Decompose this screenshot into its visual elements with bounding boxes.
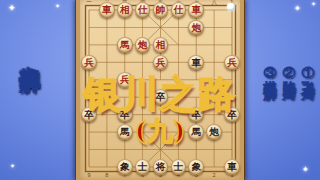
board-point[interactable] bbox=[205, 1, 223, 18]
board-point[interactable]: 士 bbox=[169, 158, 187, 175]
board-point[interactable]: 車 bbox=[223, 158, 241, 175]
piece-black-士[interactable]: 士 bbox=[135, 159, 151, 175]
piece-black-車[interactable]: 車 bbox=[224, 159, 240, 175]
right-banner-group: ①飞刀布局 ②陷阱布局 ③棋理讲解 bbox=[261, 56, 316, 81]
board-point[interactable]: 車 bbox=[187, 1, 205, 18]
board-point[interactable] bbox=[98, 54, 116, 71]
piece-black-将[interactable]: 将 bbox=[153, 159, 169, 175]
board-point[interactable] bbox=[205, 158, 223, 175]
piece-red-兵[interactable]: 兵 bbox=[153, 55, 169, 71]
piece-red-車[interactable]: 車 bbox=[99, 2, 115, 18]
piece-red-車[interactable]: 車 bbox=[188, 2, 204, 18]
board-point[interactable] bbox=[205, 54, 223, 71]
board-point[interactable] bbox=[80, 158, 98, 175]
board-point[interactable] bbox=[205, 19, 223, 36]
board-point[interactable] bbox=[116, 19, 134, 36]
board-point[interactable]: 仕 bbox=[134, 1, 152, 18]
right-banner-1: ①飞刀布局 bbox=[299, 56, 316, 81]
sparkle-icon: ✦ bbox=[8, 4, 16, 13]
board-point[interactable] bbox=[80, 1, 98, 18]
piece-black-車[interactable]: 車 bbox=[188, 55, 204, 71]
board-point[interactable] bbox=[169, 36, 187, 53]
board-point[interactable]: 兵 bbox=[223, 54, 241, 71]
board-point[interactable] bbox=[134, 54, 152, 71]
board-point[interactable] bbox=[205, 36, 223, 53]
board-point[interactable] bbox=[169, 54, 187, 71]
piece-black-士[interactable]: 士 bbox=[171, 159, 187, 175]
board-point[interactable] bbox=[98, 36, 116, 53]
board-point[interactable]: 兵 bbox=[152, 54, 170, 71]
board-point[interactable] bbox=[80, 19, 98, 36]
board-point[interactable]: 炮 bbox=[187, 19, 205, 36]
board-point[interactable]: 士 bbox=[134, 158, 152, 175]
corner-marker-dot bbox=[227, 3, 235, 11]
board-point[interactable]: 相 bbox=[116, 1, 134, 18]
board-point[interactable] bbox=[98, 158, 116, 175]
sparkle-icon: ✦ bbox=[302, 166, 309, 174]
board-point[interactable] bbox=[98, 19, 116, 36]
right-banner-2: ②陷阱布局 bbox=[280, 56, 297, 81]
piece-red-兵[interactable]: 兵 bbox=[224, 55, 240, 71]
piece-black-象[interactable]: 象 bbox=[188, 159, 204, 175]
board-point[interactable] bbox=[152, 19, 170, 36]
title-text: 银川之路 bbox=[74, 70, 246, 120]
piece-red-炮[interactable]: 炮 bbox=[188, 20, 204, 36]
board-point[interactable]: 仕 bbox=[169, 1, 187, 18]
piece-red-兵[interactable]: 兵 bbox=[81, 55, 97, 71]
sparkle-icon: ✦ bbox=[311, 1, 316, 7]
board-point[interactable] bbox=[116, 54, 134, 71]
episode-number-text: (九) bbox=[74, 114, 246, 149]
board-point[interactable] bbox=[80, 36, 98, 53]
sparkle-icon: ✦ bbox=[55, 3, 60, 9]
board-point[interactable]: 象 bbox=[187, 158, 205, 175]
sparkle-icon: ✦ bbox=[294, 5, 301, 13]
piece-red-相[interactable]: 相 bbox=[117, 2, 133, 18]
sparkle-icon: ✦ bbox=[10, 163, 15, 169]
board-point[interactable]: 車 bbox=[98, 1, 116, 18]
board-point[interactable]: 象 bbox=[116, 158, 134, 175]
board-point[interactable]: 相 bbox=[152, 36, 170, 53]
board-point[interactable]: 車 bbox=[187, 54, 205, 71]
left-banner-text: 实战讲解 bbox=[17, 50, 44, 60]
board-point[interactable]: 馬 bbox=[116, 36, 134, 53]
board-point[interactable] bbox=[134, 19, 152, 36]
board-point[interactable]: 将 bbox=[152, 158, 170, 175]
piece-red-馬[interactable]: 馬 bbox=[117, 37, 133, 53]
piece-red-仕[interactable]: 仕 bbox=[171, 2, 187, 18]
board-point[interactable] bbox=[223, 36, 241, 53]
board-point[interactable]: 炮 bbox=[134, 36, 152, 53]
piece-black-象[interactable]: 象 bbox=[117, 159, 133, 175]
board-point[interactable]: 兵 bbox=[80, 54, 98, 71]
right-banner-3: ③棋理讲解 bbox=[261, 56, 278, 81]
piece-red-相[interactable]: 相 bbox=[153, 37, 169, 53]
piece-red-炮[interactable]: 炮 bbox=[135, 37, 151, 53]
piece-red-仕[interactable]: 仕 bbox=[135, 2, 151, 18]
video-thumbnail: 一二三四五六七八九 987654321 車相仕帥仕車炮馬炮相兵兵車兵兵卒卒卒卒卒… bbox=[0, 0, 320, 180]
board-point[interactable] bbox=[169, 19, 187, 36]
board-point[interactable] bbox=[223, 19, 241, 36]
board-point[interactable] bbox=[187, 36, 205, 53]
board-point[interactable]: 帥 bbox=[152, 1, 170, 18]
piece-red-帥[interactable]: 帥 bbox=[153, 2, 169, 18]
